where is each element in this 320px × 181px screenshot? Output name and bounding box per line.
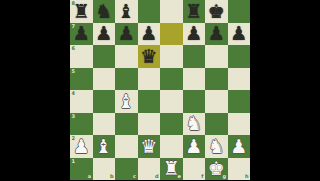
file-label-b: b bbox=[110, 174, 114, 179]
square-h6[interactable] bbox=[228, 45, 251, 68]
square-f6[interactable] bbox=[183, 45, 206, 68]
square-g5[interactable] bbox=[205, 68, 228, 91]
piece-white-knight[interactable]: ♞ bbox=[183, 113, 206, 136]
square-h8[interactable] bbox=[228, 0, 251, 23]
square-e2[interactable] bbox=[160, 135, 183, 158]
square-b7[interactable]: ♟ bbox=[93, 23, 116, 46]
square-c8[interactable]: ♝ bbox=[115, 0, 138, 23]
piece-white-knight[interactable]: ♞ bbox=[205, 135, 228, 158]
square-f2[interactable]: ♟ bbox=[183, 135, 206, 158]
rank-label-1: 1 bbox=[72, 159, 75, 164]
square-f1[interactable]: f bbox=[183, 158, 206, 181]
square-b2[interactable]: ♝ bbox=[93, 135, 116, 158]
square-c7[interactable]: ♟ bbox=[115, 23, 138, 46]
square-e3[interactable] bbox=[160, 113, 183, 136]
square-a8[interactable]: 8♜ bbox=[70, 0, 93, 23]
rank-label-3: 3 bbox=[72, 114, 75, 119]
piece-black-bishop[interactable]: ♝ bbox=[115, 0, 138, 23]
square-d3[interactable] bbox=[138, 113, 161, 136]
piece-white-bishop[interactable]: ♝ bbox=[115, 90, 138, 113]
square-e1[interactable]: e♜ bbox=[160, 158, 183, 181]
square-c6[interactable] bbox=[115, 45, 138, 68]
file-label-f: f bbox=[201, 174, 203, 179]
square-d1[interactable]: d bbox=[138, 158, 161, 181]
piece-black-pawn[interactable]: ♟ bbox=[183, 23, 206, 46]
square-d5[interactable] bbox=[138, 68, 161, 91]
square-c3[interactable] bbox=[115, 113, 138, 136]
square-b3[interactable] bbox=[93, 113, 116, 136]
square-g3[interactable] bbox=[205, 113, 228, 136]
square-g4[interactable] bbox=[205, 90, 228, 113]
square-h5[interactable] bbox=[228, 68, 251, 91]
app-background: 8♜♞♝♜♚7♟♟♟♟♟♟♟6♛54♝3♞2♟♝♛♟♞♟1abcde♜fg♚h bbox=[0, 0, 320, 180]
square-e8[interactable] bbox=[160, 0, 183, 23]
piece-black-pawn[interactable]: ♟ bbox=[70, 23, 93, 46]
piece-white-rook[interactable]: ♜ bbox=[160, 158, 183, 181]
square-a2[interactable]: 2♟ bbox=[70, 135, 93, 158]
square-g1[interactable]: g♚ bbox=[205, 158, 228, 181]
square-g6[interactable] bbox=[205, 45, 228, 68]
square-g8[interactable]: ♚ bbox=[205, 0, 228, 23]
rank-label-4: 4 bbox=[72, 91, 75, 96]
square-b8[interactable]: ♞ bbox=[93, 0, 116, 23]
piece-black-queen[interactable]: ♛ bbox=[138, 45, 161, 68]
square-h1[interactable]: h bbox=[228, 158, 251, 181]
square-f3[interactable]: ♞ bbox=[183, 113, 206, 136]
piece-black-king[interactable]: ♚ bbox=[205, 0, 228, 23]
piece-black-pawn[interactable]: ♟ bbox=[115, 23, 138, 46]
square-h3[interactable] bbox=[228, 113, 251, 136]
square-a7[interactable]: 7♟ bbox=[70, 23, 93, 46]
square-d6[interactable]: ♛ bbox=[138, 45, 161, 68]
square-b4[interactable] bbox=[93, 90, 116, 113]
chess-board: 8♜♞♝♜♚7♟♟♟♟♟♟♟6♛54♝3♞2♟♝♛♟♞♟1abcde♜fg♚h bbox=[70, 0, 250, 180]
square-c4[interactable]: ♝ bbox=[115, 90, 138, 113]
square-b6[interactable] bbox=[93, 45, 116, 68]
square-b5[interactable] bbox=[93, 68, 116, 91]
square-h2[interactable]: ♟ bbox=[228, 135, 251, 158]
rank-label-6: 6 bbox=[72, 46, 75, 51]
square-b1[interactable]: b bbox=[93, 158, 116, 181]
square-a6[interactable]: 6 bbox=[70, 45, 93, 68]
square-g2[interactable]: ♞ bbox=[205, 135, 228, 158]
piece-black-pawn[interactable]: ♟ bbox=[205, 23, 228, 46]
piece-black-pawn[interactable]: ♟ bbox=[138, 23, 161, 46]
piece-white-pawn[interactable]: ♟ bbox=[70, 135, 93, 158]
square-d2[interactable]: ♛ bbox=[138, 135, 161, 158]
piece-white-bishop[interactable]: ♝ bbox=[93, 135, 116, 158]
square-d8[interactable] bbox=[138, 0, 161, 23]
square-f4[interactable] bbox=[183, 90, 206, 113]
square-a3[interactable]: 3 bbox=[70, 113, 93, 136]
square-d7[interactable]: ♟ bbox=[138, 23, 161, 46]
piece-black-pawn[interactable]: ♟ bbox=[93, 23, 116, 46]
square-d4[interactable] bbox=[138, 90, 161, 113]
piece-black-rook[interactable]: ♜ bbox=[183, 0, 206, 23]
piece-black-pawn[interactable]: ♟ bbox=[228, 23, 251, 46]
square-a5[interactable]: 5 bbox=[70, 68, 93, 91]
square-f5[interactable] bbox=[183, 68, 206, 91]
square-e4[interactable] bbox=[160, 90, 183, 113]
square-g7[interactable]: ♟ bbox=[205, 23, 228, 46]
square-c2[interactable] bbox=[115, 135, 138, 158]
square-h4[interactable] bbox=[228, 90, 251, 113]
piece-white-pawn[interactable]: ♟ bbox=[228, 135, 251, 158]
file-label-a: a bbox=[88, 174, 91, 179]
piece-white-queen[interactable]: ♛ bbox=[138, 135, 161, 158]
square-h7[interactable]: ♟ bbox=[228, 23, 251, 46]
square-c5[interactable] bbox=[115, 68, 138, 91]
piece-black-rook[interactable]: ♜ bbox=[70, 0, 93, 23]
piece-white-king[interactable]: ♚ bbox=[205, 158, 228, 181]
file-label-c: c bbox=[133, 174, 136, 179]
square-f8[interactable]: ♜ bbox=[183, 0, 206, 23]
square-e6[interactable] bbox=[160, 45, 183, 68]
rank-label-5: 5 bbox=[72, 69, 75, 74]
piece-black-knight[interactable]: ♞ bbox=[93, 0, 116, 23]
square-e5[interactable] bbox=[160, 68, 183, 91]
file-label-h: h bbox=[245, 174, 249, 179]
square-a1[interactable]: 1a bbox=[70, 158, 93, 181]
square-e7[interactable] bbox=[160, 23, 183, 46]
file-label-d: d bbox=[155, 174, 159, 179]
piece-white-pawn[interactable]: ♟ bbox=[183, 135, 206, 158]
square-c1[interactable]: c bbox=[115, 158, 138, 181]
square-a4[interactable]: 4 bbox=[70, 90, 93, 113]
square-f7[interactable]: ♟ bbox=[183, 23, 206, 46]
